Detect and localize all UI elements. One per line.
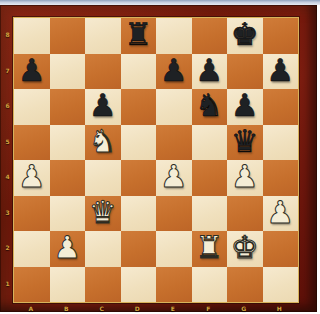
square-f2[interactable]: ♜: [192, 231, 228, 267]
square-h8[interactable]: [263, 18, 299, 54]
square-d8[interactable]: ♜: [121, 18, 157, 54]
piece-white-pawn[interactable]: ♟: [266, 197, 294, 228]
piece-white-rook[interactable]: ♜: [195, 232, 223, 263]
file-label: G: [226, 302, 262, 314]
square-a4[interactable]: ♟: [14, 160, 50, 196]
square-c4[interactable]: [85, 160, 121, 196]
square-e4[interactable]: ♟: [156, 160, 192, 196]
file-label: H: [262, 302, 298, 314]
square-b8[interactable]: [50, 18, 86, 54]
file-label: A: [13, 302, 49, 314]
square-e6[interactable]: [156, 89, 192, 125]
board-frame: 87654321 ♜♚♟♟♟♟♟♞♟♞♛♟♟♟♛♟♟♜♚ ABCDEFGH: [0, 5, 317, 312]
square-d2[interactable]: [121, 231, 157, 267]
square-a3[interactable]: [14, 196, 50, 232]
square-b2[interactable]: ♟: [50, 231, 86, 267]
piece-black-pawn[interactable]: ♟: [266, 55, 294, 86]
rank-label: 6: [2, 88, 13, 124]
square-f3[interactable]: [192, 196, 228, 232]
square-g6[interactable]: ♟: [227, 89, 263, 125]
piece-white-knight[interactable]: ♞: [89, 126, 117, 157]
square-d7[interactable]: [121, 54, 157, 90]
rank-labels: 87654321: [2, 17, 13, 301]
piece-black-king[interactable]: ♚: [231, 19, 259, 50]
square-f8[interactable]: [192, 18, 228, 54]
piece-black-pawn[interactable]: ♟: [160, 55, 188, 86]
square-b7[interactable]: [50, 54, 86, 90]
square-h4[interactable]: [263, 160, 299, 196]
file-label: C: [84, 302, 120, 314]
square-g5[interactable]: ♛: [227, 125, 263, 161]
square-h5[interactable]: [263, 125, 299, 161]
file-labels: ABCDEFGH: [13, 302, 297, 314]
square-b3[interactable]: [50, 196, 86, 232]
file-label: D: [120, 302, 156, 314]
square-g2[interactable]: ♚: [227, 231, 263, 267]
square-d3[interactable]: [121, 196, 157, 232]
square-a8[interactable]: [14, 18, 50, 54]
square-h1[interactable]: [263, 267, 299, 303]
piece-white-pawn[interactable]: ♟: [160, 161, 188, 192]
square-a5[interactable]: [14, 125, 50, 161]
square-f1[interactable]: [192, 267, 228, 303]
square-h6[interactable]: [263, 89, 299, 125]
piece-black-queen[interactable]: ♛: [231, 126, 259, 157]
square-c5[interactable]: ♞: [85, 125, 121, 161]
square-h3[interactable]: ♟: [263, 196, 299, 232]
square-d5[interactable]: [121, 125, 157, 161]
square-d4[interactable]: [121, 160, 157, 196]
square-g7[interactable]: [227, 54, 263, 90]
file-label: F: [191, 302, 227, 314]
square-g8[interactable]: ♚: [227, 18, 263, 54]
square-f5[interactable]: [192, 125, 228, 161]
piece-black-pawn[interactable]: ♟: [18, 55, 46, 86]
file-label: E: [155, 302, 191, 314]
square-a1[interactable]: [14, 267, 50, 303]
square-c2[interactable]: [85, 231, 121, 267]
square-c3[interactable]: ♛: [85, 196, 121, 232]
square-a2[interactable]: [14, 231, 50, 267]
square-c6[interactable]: ♟: [85, 89, 121, 125]
rank-label: 3: [2, 195, 13, 231]
rank-label: 5: [2, 124, 13, 160]
piece-white-pawn[interactable]: ♟: [53, 232, 81, 263]
piece-white-queen[interactable]: ♛: [89, 197, 117, 228]
square-c8[interactable]: [85, 18, 121, 54]
square-f6[interactable]: ♞: [192, 89, 228, 125]
piece-black-pawn[interactable]: ♟: [195, 55, 223, 86]
square-g1[interactable]: [227, 267, 263, 303]
square-b5[interactable]: [50, 125, 86, 161]
rank-label: 2: [2, 230, 13, 266]
piece-white-pawn[interactable]: ♟: [18, 161, 46, 192]
square-c1[interactable]: [85, 267, 121, 303]
file-label: B: [49, 302, 85, 314]
square-b6[interactable]: [50, 89, 86, 125]
chess-board[interactable]: ♜♚♟♟♟♟♟♞♟♞♛♟♟♟♛♟♟♜♚: [13, 17, 299, 303]
square-e3[interactable]: [156, 196, 192, 232]
rank-label: 8: [2, 17, 13, 53]
piece-black-pawn[interactable]: ♟: [89, 90, 117, 121]
rank-label: 7: [2, 53, 13, 89]
piece-black-knight[interactable]: ♞: [195, 90, 223, 121]
square-d6[interactable]: [121, 89, 157, 125]
square-e8[interactable]: [156, 18, 192, 54]
square-c7[interactable]: [85, 54, 121, 90]
square-e7[interactable]: ♟: [156, 54, 192, 90]
square-a6[interactable]: [14, 89, 50, 125]
square-b4[interactable]: [50, 160, 86, 196]
piece-white-king[interactable]: ♚: [231, 232, 259, 263]
square-h7[interactable]: ♟: [263, 54, 299, 90]
square-e5[interactable]: [156, 125, 192, 161]
square-e1[interactable]: [156, 267, 192, 303]
square-f4[interactable]: [192, 160, 228, 196]
square-g3[interactable]: [227, 196, 263, 232]
piece-white-pawn[interactable]: ♟: [231, 161, 259, 192]
square-h2[interactable]: [263, 231, 299, 267]
square-d1[interactable]: [121, 267, 157, 303]
square-e2[interactable]: [156, 231, 192, 267]
rank-label: 1: [2, 266, 13, 302]
square-a7[interactable]: ♟: [14, 54, 50, 90]
square-b1[interactable]: [50, 267, 86, 303]
piece-black-pawn[interactable]: ♟: [231, 90, 259, 121]
rank-label: 4: [2, 159, 13, 195]
piece-black-rook[interactable]: ♜: [124, 19, 152, 50]
square-g4[interactable]: ♟: [227, 160, 263, 196]
square-f7[interactable]: ♟: [192, 54, 228, 90]
